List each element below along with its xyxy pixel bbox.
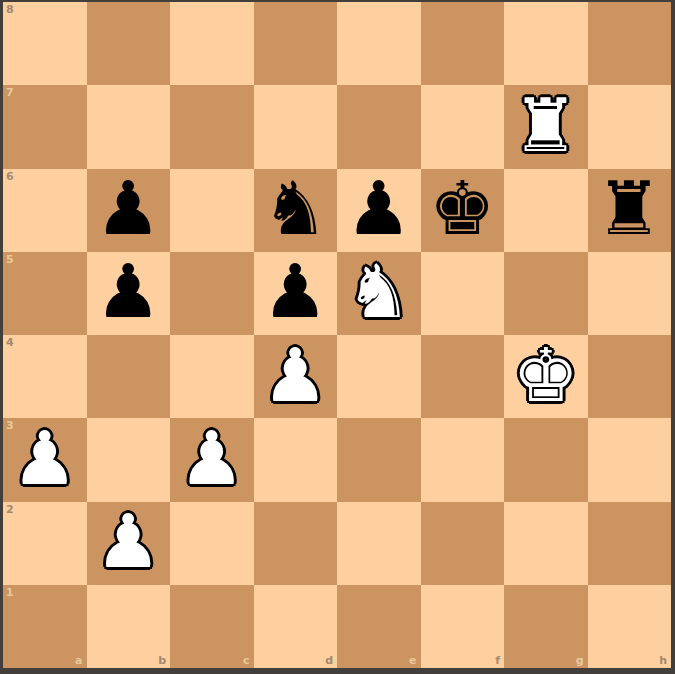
file-label-a: a bbox=[75, 655, 82, 666]
square-d5[interactable]: ♟ bbox=[254, 252, 338, 335]
square-f3[interactable] bbox=[421, 418, 505, 501]
square-e1[interactable]: e bbox=[337, 585, 421, 668]
square-e8[interactable] bbox=[337, 2, 421, 85]
square-e2[interactable] bbox=[337, 502, 421, 585]
black-king[interactable]: ♚ bbox=[429, 171, 495, 245]
square-a3[interactable]: 3♟ bbox=[3, 418, 87, 501]
square-f8[interactable] bbox=[421, 2, 505, 85]
rank-label-1: 1 bbox=[6, 587, 14, 598]
square-c6[interactable] bbox=[170, 169, 254, 252]
white-king[interactable]: ♚ bbox=[513, 338, 579, 412]
black-rook[interactable]: ♜ bbox=[596, 171, 662, 245]
rank-label-8: 8 bbox=[6, 4, 14, 15]
square-g3[interactable] bbox=[504, 418, 588, 501]
chess-board: 87♜6♟♞♟♚♜5♟♟♞4♟♚3♟♟2♟1abcdefgh bbox=[3, 2, 671, 668]
file-label-c: c bbox=[243, 655, 250, 666]
file-label-g: g bbox=[576, 655, 584, 666]
square-f2[interactable] bbox=[421, 502, 505, 585]
square-c4[interactable] bbox=[170, 335, 254, 418]
square-f6[interactable]: ♚ bbox=[421, 169, 505, 252]
square-g2[interactable] bbox=[504, 502, 588, 585]
file-label-h: h bbox=[659, 655, 667, 666]
file-label-d: d bbox=[325, 655, 333, 666]
white-pawn[interactable]: ♟ bbox=[95, 504, 161, 578]
square-d7[interactable] bbox=[254, 85, 338, 168]
square-h5[interactable] bbox=[588, 252, 672, 335]
square-b2[interactable]: ♟ bbox=[87, 502, 171, 585]
rank-label-4: 4 bbox=[6, 337, 14, 348]
square-b7[interactable] bbox=[87, 85, 171, 168]
square-d4[interactable]: ♟ bbox=[254, 335, 338, 418]
rank-label-7: 7 bbox=[6, 87, 14, 98]
square-a2[interactable]: 2 bbox=[3, 502, 87, 585]
chess-board-frame: 87♜6♟♞♟♚♜5♟♟♞4♟♚3♟♟2♟1abcdefgh bbox=[0, 0, 675, 674]
square-e3[interactable] bbox=[337, 418, 421, 501]
white-knight[interactable]: ♞ bbox=[346, 254, 412, 328]
square-h3[interactable] bbox=[588, 418, 672, 501]
square-h6[interactable]: ♜ bbox=[588, 169, 672, 252]
square-e4[interactable] bbox=[337, 335, 421, 418]
white-pawn[interactable]: ♟ bbox=[262, 338, 328, 412]
rank-label-2: 2 bbox=[6, 504, 14, 515]
square-a6[interactable]: 6 bbox=[3, 169, 87, 252]
square-b3[interactable] bbox=[87, 418, 171, 501]
square-f1[interactable]: f bbox=[421, 585, 505, 668]
square-f7[interactable] bbox=[421, 85, 505, 168]
square-a7[interactable]: 7 bbox=[3, 85, 87, 168]
file-label-e: e bbox=[409, 655, 416, 666]
square-g8[interactable] bbox=[504, 2, 588, 85]
white-rook[interactable]: ♜ bbox=[513, 88, 579, 162]
square-d3[interactable] bbox=[254, 418, 338, 501]
square-f5[interactable] bbox=[421, 252, 505, 335]
square-c3[interactable]: ♟ bbox=[170, 418, 254, 501]
square-g4[interactable]: ♚ bbox=[504, 335, 588, 418]
square-h4[interactable] bbox=[588, 335, 672, 418]
black-pawn[interactable]: ♟ bbox=[95, 254, 161, 328]
square-h8[interactable] bbox=[588, 2, 672, 85]
square-e6[interactable]: ♟ bbox=[337, 169, 421, 252]
square-h2[interactable] bbox=[588, 502, 672, 585]
rank-label-6: 6 bbox=[6, 171, 14, 182]
square-g1[interactable]: g bbox=[504, 585, 588, 668]
square-h1[interactable]: h bbox=[588, 585, 672, 668]
square-a8[interactable]: 8 bbox=[3, 2, 87, 85]
square-c7[interactable] bbox=[170, 85, 254, 168]
square-c1[interactable]: c bbox=[170, 585, 254, 668]
rank-label-5: 5 bbox=[6, 254, 14, 265]
square-c2[interactable] bbox=[170, 502, 254, 585]
square-d6[interactable]: ♞ bbox=[254, 169, 338, 252]
white-pawn[interactable]: ♟ bbox=[179, 421, 245, 495]
black-pawn[interactable]: ♟ bbox=[95, 171, 161, 245]
square-a4[interactable]: 4 bbox=[3, 335, 87, 418]
square-c8[interactable] bbox=[170, 2, 254, 85]
black-pawn[interactable]: ♟ bbox=[262, 254, 328, 328]
square-b4[interactable] bbox=[87, 335, 171, 418]
square-b8[interactable] bbox=[87, 2, 171, 85]
square-e7[interactable] bbox=[337, 85, 421, 168]
black-knight[interactable]: ♞ bbox=[262, 171, 328, 245]
square-e5[interactable]: ♞ bbox=[337, 252, 421, 335]
square-g6[interactable] bbox=[504, 169, 588, 252]
square-g7[interactable]: ♜ bbox=[504, 85, 588, 168]
white-pawn[interactable]: ♟ bbox=[12, 421, 78, 495]
square-d1[interactable]: d bbox=[254, 585, 338, 668]
square-c5[interactable] bbox=[170, 252, 254, 335]
square-b1[interactable]: b bbox=[87, 585, 171, 668]
file-label-b: b bbox=[158, 655, 166, 666]
file-label-f: f bbox=[495, 655, 500, 666]
black-pawn[interactable]: ♟ bbox=[346, 171, 412, 245]
square-f4[interactable] bbox=[421, 335, 505, 418]
square-a1[interactable]: 1a bbox=[3, 585, 87, 668]
square-d8[interactable] bbox=[254, 2, 338, 85]
square-g5[interactable] bbox=[504, 252, 588, 335]
square-a5[interactable]: 5 bbox=[3, 252, 87, 335]
square-b5[interactable]: ♟ bbox=[87, 252, 171, 335]
square-b6[interactable]: ♟ bbox=[87, 169, 171, 252]
square-d2[interactable] bbox=[254, 502, 338, 585]
square-h7[interactable] bbox=[588, 85, 672, 168]
